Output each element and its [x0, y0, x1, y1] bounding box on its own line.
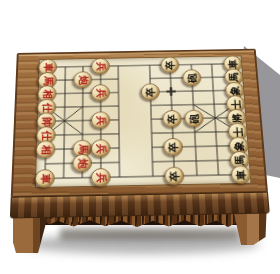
piece-character: 砲	[189, 114, 200, 124]
rank-line-2	[64, 67, 66, 178]
piece-character: 車	[235, 169, 247, 179]
piece-character: 馬	[77, 144, 88, 154]
piece-character: 象	[233, 141, 244, 151]
piece-character: 卒	[169, 171, 180, 181]
piece-character: 車	[39, 173, 50, 183]
rank-line-5	[118, 66, 119, 177]
piece-character: 仕	[41, 130, 52, 140]
piece-character: 象	[229, 86, 240, 95]
piece-character: 炮	[78, 75, 88, 84]
file-line-1	[48, 64, 233, 67]
piece-character: 帥	[41, 116, 52, 126]
piece-character: 將	[231, 113, 242, 123]
piece-character: 卒	[165, 60, 176, 69]
rank-line-6	[150, 65, 153, 176]
piece-character: 卒	[167, 114, 178, 124]
piece-character: 馬	[228, 72, 239, 81]
xiangqi-board: 車馬相仕帥仕相車炮馬炮兵兵兵兵兵卒卒卒卒卒砲砲車馬象士將士象馬車	[35, 55, 252, 187]
piece-character: 仕	[41, 103, 52, 113]
piece-character: 相	[42, 89, 53, 98]
file-line-9	[45, 175, 241, 179]
piece-character: 車	[227, 59, 238, 68]
piece-character: 砲	[187, 73, 198, 82]
piece-character: 馬	[42, 76, 53, 85]
piece-character: 士	[230, 99, 241, 109]
scene: 車馬相仕帥仕相車炮馬炮兵兵兵兵兵卒卒卒卒卒砲砲車馬象士將士象馬車	[0, 0, 280, 274]
board-grid	[35, 55, 252, 187]
floor-shadow-dark	[60, 228, 240, 240]
piece-character: 兵	[95, 172, 106, 182]
piece-character: 兵	[95, 62, 105, 71]
piece-character: 馬	[234, 155, 245, 165]
piece-character: 車	[43, 63, 53, 72]
table-top: 車馬相仕帥仕相車炮馬炮兵兵兵兵兵卒卒卒卒卒砲砲車馬象士將士象馬車	[10, 49, 270, 219]
piece-character: 兵	[95, 143, 106, 153]
piece-character: 士	[232, 127, 243, 137]
piece-character: 兵	[95, 88, 105, 97]
piece-character: 卒	[145, 87, 156, 96]
piece-character: 卒	[168, 142, 179, 152]
piece-character: 兵	[95, 115, 106, 125]
piece-character: 相	[40, 144, 51, 154]
piece-character: 炮	[77, 158, 88, 168]
